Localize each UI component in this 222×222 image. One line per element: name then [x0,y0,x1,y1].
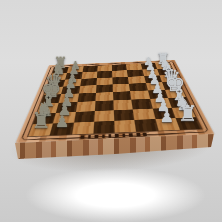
chess-board [16,60,215,143]
square-h6 [72,122,94,135]
chess-set-photo: ♜♞♝♛♚♝♞♜♟♟♟♟♟♟♟♟♟♟♟♟♟♟♟♟♜♞♝♛♚♝♞♜ [0,0,222,222]
board-apron [16,60,215,143]
square-h5 [93,121,115,134]
square-h7 [50,122,74,135]
square-h4 [114,120,136,133]
